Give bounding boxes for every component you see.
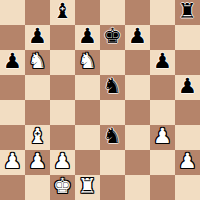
piece-black-knight[interactable]: ♞	[103, 125, 122, 149]
square-g6[interactable]: ♟	[150, 50, 175, 75]
piece-white-knight[interactable]: ♞	[28, 50, 47, 74]
square-e8[interactable]	[100, 0, 125, 25]
square-a2[interactable]: ♟	[0, 150, 25, 175]
square-d8[interactable]	[75, 0, 100, 25]
square-a8[interactable]	[0, 0, 25, 25]
square-a3[interactable]	[0, 125, 25, 150]
square-b8[interactable]	[25, 0, 50, 25]
piece-white-pawn[interactable]: ♟	[28, 150, 47, 174]
square-h3[interactable]	[175, 125, 200, 150]
square-c1[interactable]: ♚	[50, 175, 75, 200]
square-b6[interactable]: ♞	[25, 50, 50, 75]
square-c5[interactable]	[50, 75, 75, 100]
square-c8[interactable]: ♝	[50, 0, 75, 25]
square-a4[interactable]	[0, 100, 25, 125]
square-g4[interactable]	[150, 100, 175, 125]
square-g5[interactable]	[150, 75, 175, 100]
square-h7[interactable]	[175, 25, 200, 50]
piece-black-bishop[interactable]: ♝	[53, 0, 72, 24]
piece-white-pawn[interactable]: ♟	[3, 150, 22, 174]
square-a6[interactable]: ♟	[0, 50, 25, 75]
square-e4[interactable]	[100, 100, 125, 125]
piece-black-rook[interactable]: ♜	[178, 0, 197, 24]
square-e2[interactable]	[100, 150, 125, 175]
square-c6[interactable]	[50, 50, 75, 75]
piece-white-bishop[interactable]: ♝	[28, 125, 47, 149]
square-b7[interactable]: ♟	[25, 25, 50, 50]
square-d6[interactable]: ♞	[75, 50, 100, 75]
square-e3[interactable]: ♞	[100, 125, 125, 150]
square-f6[interactable]	[125, 50, 150, 75]
piece-black-king[interactable]: ♚	[103, 25, 122, 49]
chess-board: ♝♜♟♟♚♟♟♞♞♟♞♟♝♞♟♟♟♟♟♚♜	[0, 0, 200, 200]
square-a7[interactable]	[0, 25, 25, 50]
square-f8[interactable]	[125, 0, 150, 25]
square-e1[interactable]	[100, 175, 125, 200]
square-g3[interactable]: ♟	[150, 125, 175, 150]
square-b3[interactable]: ♝	[25, 125, 50, 150]
piece-white-pawn[interactable]: ♟	[178, 150, 197, 174]
piece-black-pawn[interactable]: ♟	[28, 25, 47, 49]
square-b5[interactable]	[25, 75, 50, 100]
piece-white-pawn[interactable]: ♟	[153, 125, 172, 149]
square-f1[interactable]	[125, 175, 150, 200]
square-e6[interactable]	[100, 50, 125, 75]
square-c4[interactable]	[50, 100, 75, 125]
piece-white-pawn[interactable]: ♟	[53, 150, 72, 174]
square-a1[interactable]	[0, 175, 25, 200]
square-a5[interactable]	[0, 75, 25, 100]
square-h6[interactable]	[175, 50, 200, 75]
square-h4[interactable]	[175, 100, 200, 125]
square-d3[interactable]	[75, 125, 100, 150]
square-e5[interactable]: ♞	[100, 75, 125, 100]
square-e7[interactable]: ♚	[100, 25, 125, 50]
square-b2[interactable]: ♟	[25, 150, 50, 175]
square-b4[interactable]	[25, 100, 50, 125]
piece-black-pawn[interactable]: ♟	[128, 25, 147, 49]
square-h2[interactable]: ♟	[175, 150, 200, 175]
square-c7[interactable]	[50, 25, 75, 50]
square-c3[interactable]	[50, 125, 75, 150]
piece-white-rook[interactable]: ♜	[78, 175, 97, 199]
piece-black-pawn[interactable]: ♟	[153, 50, 172, 74]
piece-black-pawn[interactable]: ♟	[178, 75, 197, 99]
square-d1[interactable]: ♜	[75, 175, 100, 200]
square-g1[interactable]	[150, 175, 175, 200]
square-f3[interactable]	[125, 125, 150, 150]
piece-black-pawn[interactable]: ♟	[78, 25, 97, 49]
square-d5[interactable]	[75, 75, 100, 100]
square-f7[interactable]: ♟	[125, 25, 150, 50]
square-h1[interactable]	[175, 175, 200, 200]
square-c2[interactable]: ♟	[50, 150, 75, 175]
square-f5[interactable]	[125, 75, 150, 100]
square-g7[interactable]	[150, 25, 175, 50]
piece-black-pawn[interactable]: ♟	[3, 50, 22, 74]
piece-black-knight[interactable]: ♞	[103, 75, 122, 99]
square-d4[interactable]	[75, 100, 100, 125]
square-h8[interactable]: ♜	[175, 0, 200, 25]
piece-white-knight[interactable]: ♞	[78, 50, 97, 74]
square-b1[interactable]	[25, 175, 50, 200]
piece-white-king[interactable]: ♚	[53, 175, 72, 199]
square-h5[interactable]: ♟	[175, 75, 200, 100]
square-g8[interactable]	[150, 0, 175, 25]
square-f4[interactable]	[125, 100, 150, 125]
square-d2[interactable]	[75, 150, 100, 175]
square-f2[interactable]	[125, 150, 150, 175]
square-g2[interactable]	[150, 150, 175, 175]
square-d7[interactable]: ♟	[75, 25, 100, 50]
